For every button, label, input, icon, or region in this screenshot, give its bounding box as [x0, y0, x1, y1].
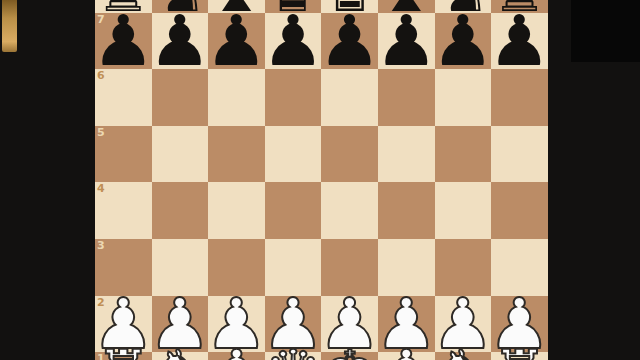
square-h6[interactable]: [491, 69, 548, 126]
square-b4[interactable]: [152, 182, 209, 239]
piece-white-knight[interactable]: ♞: [152, 345, 208, 360]
piece-black-pawn[interactable]: ♟: [205, 13, 268, 70]
square-b5[interactable]: [152, 126, 209, 183]
rank-label-7: 7: [97, 13, 105, 26]
square-b1[interactable]: ♞: [152, 352, 209, 360]
square-d4[interactable]: [265, 182, 322, 239]
square-a6[interactable]: 6: [95, 69, 152, 126]
square-g4[interactable]: [435, 182, 492, 239]
rank-label-6: 6: [97, 69, 105, 82]
square-b6[interactable]: [152, 69, 209, 126]
square-d7[interactable]: ♟: [265, 13, 322, 70]
piece-white-queen[interactable]: ♛: [265, 345, 321, 360]
piece-white-bishop[interactable]: ♝: [378, 345, 434, 360]
background-shade: [571, 0, 640, 62]
square-f1[interactable]: ♝: [378, 352, 435, 360]
piece-black-pawn[interactable]: ♟: [262, 13, 325, 70]
square-d6[interactable]: [265, 69, 322, 126]
square-f4[interactable]: [378, 182, 435, 239]
square-g7[interactable]: ♟: [435, 13, 492, 70]
square-e6[interactable]: [321, 69, 378, 126]
square-g6[interactable]: [435, 69, 492, 126]
square-f7[interactable]: ♟: [378, 13, 435, 70]
square-e4[interactable]: [321, 182, 378, 239]
app-background: 8♜♞♝♛♚♝♞♜7♟♟♟♟♟♟♟♟65432♟♟♟♟♟♟♟♟1♜♞♝♛♚♝♞♜: [0, 0, 640, 360]
square-h4[interactable]: [491, 182, 548, 239]
square-g5[interactable]: [435, 126, 492, 183]
square-h1[interactable]: ♜: [491, 352, 548, 360]
square-d5[interactable]: [265, 126, 322, 183]
gold-accent-bar: [2, 0, 17, 52]
square-a1[interactable]: 1♜: [95, 352, 152, 360]
square-f6[interactable]: [378, 69, 435, 126]
square-d1[interactable]: ♛: [265, 352, 322, 360]
square-e7[interactable]: ♟: [321, 13, 378, 70]
square-a5[interactable]: 5: [95, 126, 152, 183]
square-c7[interactable]: ♟: [208, 13, 265, 70]
square-a7[interactable]: 7♟: [95, 13, 152, 70]
piece-black-pawn[interactable]: ♟: [149, 13, 212, 70]
square-g1[interactable]: ♞: [435, 352, 492, 360]
rank-label-3: 3: [97, 239, 105, 252]
piece-white-rook[interactable]: ♜: [492, 345, 548, 360]
piece-white-rook[interactable]: ♜: [96, 345, 152, 360]
square-a4[interactable]: 4: [95, 182, 152, 239]
square-f5[interactable]: [378, 126, 435, 183]
square-c6[interactable]: [208, 69, 265, 126]
chess-board[interactable]: 8♜♞♝♛♚♝♞♜7♟♟♟♟♟♟♟♟65432♟♟♟♟♟♟♟♟1♜♞♝♛♚♝♞♜: [95, 0, 548, 360]
square-b7[interactable]: ♟: [152, 13, 209, 70]
piece-black-pawn[interactable]: ♟: [318, 13, 381, 70]
square-e5[interactable]: [321, 126, 378, 183]
square-c1[interactable]: ♝: [208, 352, 265, 360]
rank-label-4: 4: [97, 182, 105, 195]
square-c4[interactable]: [208, 182, 265, 239]
piece-black-pawn[interactable]: ♟: [431, 13, 494, 70]
square-h5[interactable]: [491, 126, 548, 183]
square-h7[interactable]: ♟: [491, 13, 548, 70]
piece-white-king[interactable]: ♚: [322, 345, 378, 360]
piece-black-pawn[interactable]: ♟: [488, 13, 551, 70]
piece-black-pawn[interactable]: ♟: [375, 13, 438, 70]
square-c5[interactable]: [208, 126, 265, 183]
piece-white-knight[interactable]: ♞: [435, 345, 491, 360]
rank-label-5: 5: [97, 126, 105, 139]
square-e1[interactable]: ♚: [321, 352, 378, 360]
piece-white-bishop[interactable]: ♝: [209, 345, 265, 360]
rank-label-2: 2: [97, 296, 105, 309]
